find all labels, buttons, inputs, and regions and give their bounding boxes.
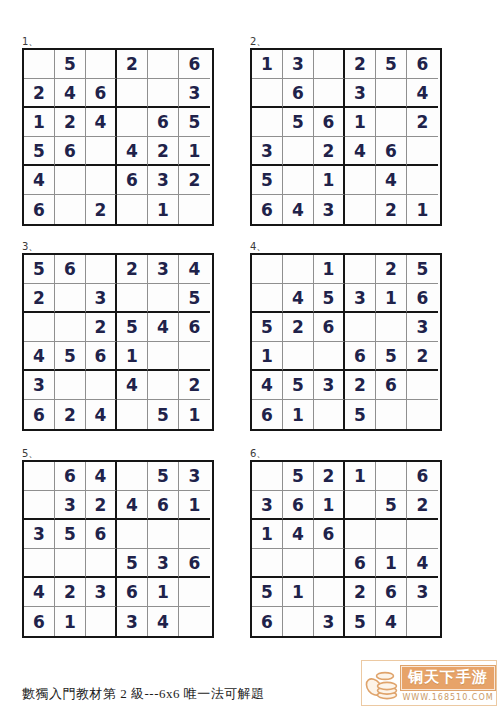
puzzle3-cell-r2c4 (117, 284, 148, 313)
puzzle3-cell-r3c3: 2 (86, 313, 117, 342)
puzzle1-cell-r4c3 (86, 137, 117, 166)
puzzle2-cell-r1c4: 2 (345, 50, 376, 79)
puzzle-1-label: 1、 (22, 36, 222, 47)
puzzle4-cell-r3c5 (376, 313, 407, 342)
puzzle5-cell-r4c5: 3 (148, 549, 179, 578)
puzzle6-cell-r1c5 (376, 462, 407, 491)
puzzle4-cell-r5c5: 6 (376, 371, 407, 400)
puzzle2-cell-r4c1: 3 (252, 137, 283, 166)
puzzle5-cell-r2c5: 6 (148, 491, 179, 520)
logo-text-block: 铜天下手游 WWW.168510.COM (400, 665, 496, 702)
watermark-logo: 铜天下手游 WWW.168510.COM (361, 660, 497, 706)
puzzle1-cell-r1c5 (148, 50, 179, 79)
puzzle-2-grid: 132566345612324651464321 (250, 48, 442, 226)
puzzle4-cell-r2c2: 4 (283, 284, 314, 313)
puzzle5-cell-r6c2: 1 (55, 607, 86, 636)
puzzle3-cell-r2c1: 2 (24, 284, 55, 313)
puzzle1-cell-r1c2: 5 (55, 50, 86, 79)
puzzle2-cell-r4c5: 6 (376, 137, 407, 166)
puzzle2-cell-r6c6: 1 (407, 195, 438, 224)
puzzle5-cell-r3c3: 6 (86, 520, 117, 549)
puzzle1-cell-r5c3 (86, 166, 117, 195)
puzzle6-cell-r1c3: 2 (314, 462, 345, 491)
puzzle3-cell-r1c1: 5 (24, 255, 55, 284)
puzzle5-cell-r3c4 (117, 520, 148, 549)
puzzle1-cell-r1c6: 6 (179, 50, 210, 79)
puzzle5-cell-r5c2: 2 (55, 578, 86, 607)
puzzle2-cell-r4c6 (407, 137, 438, 166)
puzzle-4: 4、 125453165263165245326615 (250, 241, 450, 431)
puzzle3-cell-r5c5 (148, 371, 179, 400)
puzzle5-cell-r3c2: 5 (55, 520, 86, 549)
puzzle5-cell-r3c1: 3 (24, 520, 55, 549)
puzzle1-cell-r6c5: 1 (148, 195, 179, 224)
puzzle2-cell-r3c3: 6 (314, 108, 345, 137)
puzzle6-cell-r4c4: 6 (345, 549, 376, 578)
puzzle2-cell-r5c3: 1 (314, 166, 345, 195)
puzzle4-cell-r1c2 (283, 255, 314, 284)
puzzle4-cell-r4c1: 1 (252, 342, 283, 371)
puzzle1-cell-r4c5: 2 (148, 137, 179, 166)
puzzle4-cell-r3c6: 3 (407, 313, 438, 342)
puzzle4-cell-r3c1: 5 (252, 313, 283, 342)
puzzle2-cell-r6c1: 6 (252, 195, 283, 224)
puzzle2-cell-r1c6: 6 (407, 50, 438, 79)
puzzle2-cell-r1c3 (314, 50, 345, 79)
puzzle5-cell-r2c1 (24, 491, 55, 520)
puzzle-2-label: 2、 (250, 36, 450, 47)
puzzle2-cell-r2c5 (376, 79, 407, 108)
puzzle5-cell-r3c6 (179, 520, 210, 549)
puzzle5-cell-r1c6: 3 (179, 462, 210, 491)
puzzle5-cell-r4c1 (24, 549, 55, 578)
puzzle-5-label: 5、 (22, 448, 222, 459)
puzzle5-cell-r4c2 (55, 549, 86, 578)
puzzle6-cell-r3c3: 6 (314, 520, 345, 549)
puzzle5-cell-r6c5: 4 (148, 607, 179, 636)
puzzle5-cell-r1c3: 4 (86, 462, 117, 491)
puzzle6-cell-r6c6 (407, 607, 438, 636)
puzzle3-cell-r5c6: 2 (179, 371, 210, 400)
puzzle6-cell-r3c1: 1 (252, 520, 283, 549)
puzzle1-cell-r5c5: 3 (148, 166, 179, 195)
puzzle2-cell-r1c2: 3 (283, 50, 314, 79)
puzzle3-cell-r4c3: 6 (86, 342, 117, 371)
puzzle3-cell-r6c4 (117, 400, 148, 429)
puzzle3-cell-r4c6 (179, 342, 210, 371)
puzzle2-cell-r1c1: 1 (252, 50, 283, 79)
puzzle6-cell-r1c6: 6 (407, 462, 438, 491)
puzzle-6-grid: 521636152146614512636354 (250, 460, 442, 638)
puzzle5-cell-r1c4 (117, 462, 148, 491)
puzzle3-cell-r3c5: 4 (148, 313, 179, 342)
puzzle-5: 5、 645332461356536423616134 (22, 448, 222, 638)
puzzle6-cell-r6c4: 5 (345, 607, 376, 636)
puzzle3-cell-r3c1 (24, 313, 55, 342)
puzzle6-cell-r1c1 (252, 462, 283, 491)
puzzle1-cell-r2c1: 2 (24, 79, 55, 108)
puzzle3-cell-r5c2 (55, 371, 86, 400)
puzzle5-cell-r6c4: 3 (117, 607, 148, 636)
puzzle5-cell-r4c4: 5 (117, 549, 148, 578)
puzzle2-cell-r2c4: 3 (345, 79, 376, 108)
puzzle2-cell-r4c2 (283, 137, 314, 166)
puzzle4-cell-r1c6: 5 (407, 255, 438, 284)
puzzle1-cell-r2c3: 6 (86, 79, 117, 108)
puzzle-4-label: 4、 (250, 241, 450, 252)
puzzle6-cell-r2c5: 5 (376, 491, 407, 520)
puzzle-2: 2、 132566345612324651464321 (250, 36, 450, 226)
puzzle1-cell-r5c6: 2 (179, 166, 210, 195)
puzzle3-cell-r1c3 (86, 255, 117, 284)
puzzle3-cell-r4c2: 5 (55, 342, 86, 371)
puzzle1-cell-r5c4: 6 (117, 166, 148, 195)
puzzle5-cell-r5c1: 4 (24, 578, 55, 607)
puzzle1-cell-r1c1 (24, 50, 55, 79)
puzzle2-cell-r3c2: 5 (283, 108, 314, 137)
puzzle3-cell-r6c5: 5 (148, 400, 179, 429)
puzzle4-cell-r5c4: 2 (345, 371, 376, 400)
puzzle4-cell-r4c6: 2 (407, 342, 438, 371)
puzzle1-cell-r4c1: 5 (24, 137, 55, 166)
puzzle2-cell-r5c1: 5 (252, 166, 283, 195)
puzzle2-cell-r2c2: 6 (283, 79, 314, 108)
puzzle4-cell-r5c3: 3 (314, 371, 345, 400)
puzzle4-cell-r4c3 (314, 342, 345, 371)
puzzle2-cell-r4c4: 4 (345, 137, 376, 166)
puzzle4-cell-r4c5: 5 (376, 342, 407, 371)
puzzle5-cell-r4c6: 6 (179, 549, 210, 578)
puzzle1-cell-r6c6 (179, 195, 210, 224)
puzzle6-cell-r1c2: 5 (283, 462, 314, 491)
footer-caption: 數獨入門教材第 2 級---6x6 唯一法可解題 (22, 685, 265, 703)
puzzle1-cell-r1c4: 2 (117, 50, 148, 79)
puzzle6-cell-r5c4: 2 (345, 578, 376, 607)
puzzle3-cell-r2c2 (55, 284, 86, 313)
puzzle-3-label: 3、 (22, 241, 222, 252)
puzzle2-cell-r5c5: 4 (376, 166, 407, 195)
puzzle6-cell-r5c6: 3 (407, 578, 438, 607)
puzzle4-cell-r2c5: 1 (376, 284, 407, 313)
puzzle4-cell-r6c6 (407, 400, 438, 429)
puzzle5-cell-r2c4: 4 (117, 491, 148, 520)
puzzle3-cell-r1c6: 4 (179, 255, 210, 284)
puzzle2-cell-r3c1 (252, 108, 283, 137)
logo-title: 铜天下手游 (400, 665, 496, 691)
puzzle3-cell-r6c2: 2 (55, 400, 86, 429)
puzzle1-cell-r1c3 (86, 50, 117, 79)
puzzle4-cell-r2c3: 5 (314, 284, 345, 313)
puzzle4-cell-r3c4 (345, 313, 376, 342)
puzzle5-cell-r1c1 (24, 462, 55, 491)
puzzle1-cell-r2c5 (148, 79, 179, 108)
puzzle2-cell-r3c5 (376, 108, 407, 137)
puzzle3-cell-r5c1: 3 (24, 371, 55, 400)
puzzle3-cell-r3c6: 6 (179, 313, 210, 342)
puzzle2-cell-r6c3: 3 (314, 195, 345, 224)
puzzle6-cell-r2c6: 2 (407, 491, 438, 520)
puzzle6-cell-r1c4: 1 (345, 462, 376, 491)
puzzle6-cell-r4c2 (283, 549, 314, 578)
puzzle6-cell-r4c1 (252, 549, 283, 578)
puzzle6-cell-r6c5: 4 (376, 607, 407, 636)
puzzle6-cell-r4c3 (314, 549, 345, 578)
puzzle6-cell-r5c1: 5 (252, 578, 283, 607)
puzzle-3-grid: 562342352546456134262451 (22, 253, 214, 431)
puzzle4-cell-r2c1 (252, 284, 283, 313)
puzzle5-cell-r6c1: 6 (24, 607, 55, 636)
puzzle4-cell-r3c2: 2 (283, 313, 314, 342)
puzzle-3: 3、 562342352546456134262451 (22, 241, 222, 431)
puzzle5-cell-r2c2: 3 (55, 491, 86, 520)
puzzle6-cell-r5c5: 6 (376, 578, 407, 607)
puzzle6-cell-r5c2: 1 (283, 578, 314, 607)
puzzle5-cell-r2c3: 2 (86, 491, 117, 520)
puzzle5-cell-r4c3 (86, 549, 117, 578)
puzzle1-cell-r3c2: 2 (55, 108, 86, 137)
puzzle1-cell-r3c4 (117, 108, 148, 137)
puzzle4-cell-r1c5: 2 (376, 255, 407, 284)
puzzle5-cell-r2c6: 1 (179, 491, 210, 520)
puzzle3-cell-r1c5: 3 (148, 255, 179, 284)
puzzle3-cell-r1c2: 6 (55, 255, 86, 284)
puzzle1-cell-r3c5: 6 (148, 108, 179, 137)
puzzle1-cell-r3c3: 4 (86, 108, 117, 137)
puzzle-1-grid: 526246312465564214632621 (22, 48, 214, 226)
puzzle4-cell-r6c3 (314, 400, 345, 429)
puzzle5-cell-r1c2: 6 (55, 462, 86, 491)
puzzle4-cell-r6c4: 5 (345, 400, 376, 429)
puzzle4-cell-r2c4: 3 (345, 284, 376, 313)
puzzle6-cell-r4c5: 1 (376, 549, 407, 578)
puzzle3-cell-r6c6: 1 (179, 400, 210, 429)
puzzle3-cell-r2c6: 5 (179, 284, 210, 313)
puzzle6-cell-r2c3: 1 (314, 491, 345, 520)
puzzle3-cell-r2c3: 3 (86, 284, 117, 313)
puzzle4-cell-r6c1: 6 (252, 400, 283, 429)
puzzle1-cell-r6c3: 2 (86, 195, 117, 224)
puzzle3-cell-r3c2 (55, 313, 86, 342)
puzzle5-cell-r6c3 (86, 607, 117, 636)
puzzle1-cell-r4c4: 4 (117, 137, 148, 166)
puzzle4-cell-r5c2: 5 (283, 371, 314, 400)
puzzle1-cell-r6c2 (55, 195, 86, 224)
puzzle6-cell-r2c4 (345, 491, 376, 520)
puzzle4-cell-r5c1: 4 (252, 371, 283, 400)
puzzle1-cell-r5c1: 4 (24, 166, 55, 195)
puzzle4-cell-r6c2: 1 (283, 400, 314, 429)
puzzle4-cell-r5c6 (407, 371, 438, 400)
puzzle1-cell-r5c2 (55, 166, 86, 195)
puzzle5-cell-r5c5: 1 (148, 578, 179, 607)
puzzle3-cell-r5c3 (86, 371, 117, 400)
puzzle6-cell-r3c5 (376, 520, 407, 549)
puzzle3-cell-r6c3: 4 (86, 400, 117, 429)
puzzle-6-label: 6、 (250, 448, 450, 459)
puzzle2-cell-r2c3 (314, 79, 345, 108)
puzzle4-cell-r2c6: 6 (407, 284, 438, 313)
puzzle2-cell-r4c3: 2 (314, 137, 345, 166)
puzzle2-cell-r6c4 (345, 195, 376, 224)
puzzle6-cell-r6c3: 3 (314, 607, 345, 636)
puzzle5-cell-r5c4: 6 (117, 578, 148, 607)
puzzle5-cell-r3c5 (148, 520, 179, 549)
puzzle6-cell-r3c2: 4 (283, 520, 314, 549)
puzzle2-cell-r6c2: 4 (283, 195, 314, 224)
puzzle1-cell-r2c6: 3 (179, 79, 210, 108)
puzzle5-cell-r5c3: 3 (86, 578, 117, 607)
puzzle6-cell-r4c6: 4 (407, 549, 438, 578)
puzzle-4-grid: 125453165263165245326615 (250, 253, 442, 431)
puzzle1-cell-r2c4 (117, 79, 148, 108)
puzzle2-cell-r1c5: 5 (376, 50, 407, 79)
puzzle1-cell-r6c1: 6 (24, 195, 55, 224)
puzzle4-cell-r1c3: 1 (314, 255, 345, 284)
puzzle6-cell-r2c2: 6 (283, 491, 314, 520)
puzzle2-cell-r3c4: 1 (345, 108, 376, 137)
puzzle4-cell-r4c4: 6 (345, 342, 376, 371)
puzzle3-cell-r2c5 (148, 284, 179, 313)
puzzle6-cell-r6c2 (283, 607, 314, 636)
puzzle6-cell-r3c6 (407, 520, 438, 549)
puzzle-1: 1、 526246312465564214632621 (22, 36, 222, 226)
puzzle1-cell-r6c4 (117, 195, 148, 224)
worksheet-page: 1、 526246312465564214632621 2、 132566345… (0, 0, 500, 708)
puzzle-5-grid: 645332461356536423616134 (22, 460, 214, 638)
puzzle5-cell-r1c5: 5 (148, 462, 179, 491)
coins-icon (364, 663, 400, 703)
puzzle2-cell-r2c6: 4 (407, 79, 438, 108)
puzzle1-cell-r2c2: 4 (55, 79, 86, 108)
puzzle2-cell-r5c2 (283, 166, 314, 195)
logo-url: WWW.168510.COM (402, 693, 493, 702)
puzzle2-cell-r3c6: 2 (407, 108, 438, 137)
puzzle6-cell-r5c3 (314, 578, 345, 607)
puzzle6-cell-r2c1: 3 (252, 491, 283, 520)
puzzle4-cell-r3c3: 6 (314, 313, 345, 342)
puzzle3-cell-r4c1: 4 (24, 342, 55, 371)
puzzle2-cell-r6c5: 2 (376, 195, 407, 224)
puzzle2-cell-r2c1 (252, 79, 283, 108)
puzzle1-cell-r4c6: 1 (179, 137, 210, 166)
puzzle-6: 6、 521636152146614512636354 (250, 448, 450, 638)
puzzle2-cell-r5c4 (345, 166, 376, 195)
puzzle1-cell-r3c6: 5 (179, 108, 210, 137)
puzzle6-cell-r3c4 (345, 520, 376, 549)
puzzle3-cell-r5c4: 4 (117, 371, 148, 400)
puzzle4-cell-r6c5 (376, 400, 407, 429)
puzzle1-cell-r3c1: 1 (24, 108, 55, 137)
puzzle3-cell-r1c4: 2 (117, 255, 148, 284)
puzzle1-cell-r4c2: 6 (55, 137, 86, 166)
puzzle5-cell-r6c6 (179, 607, 210, 636)
puzzle4-cell-r1c1 (252, 255, 283, 284)
puzzle4-cell-r1c4 (345, 255, 376, 284)
puzzle3-cell-r6c1: 6 (24, 400, 55, 429)
puzzle6-cell-r6c1: 6 (252, 607, 283, 636)
puzzle3-cell-r4c4: 1 (117, 342, 148, 371)
puzzle4-cell-r4c2 (283, 342, 314, 371)
puzzle2-cell-r5c6 (407, 166, 438, 195)
puzzle3-cell-r4c5 (148, 342, 179, 371)
puzzle3-cell-r3c4: 5 (117, 313, 148, 342)
puzzle5-cell-r5c6 (179, 578, 210, 607)
